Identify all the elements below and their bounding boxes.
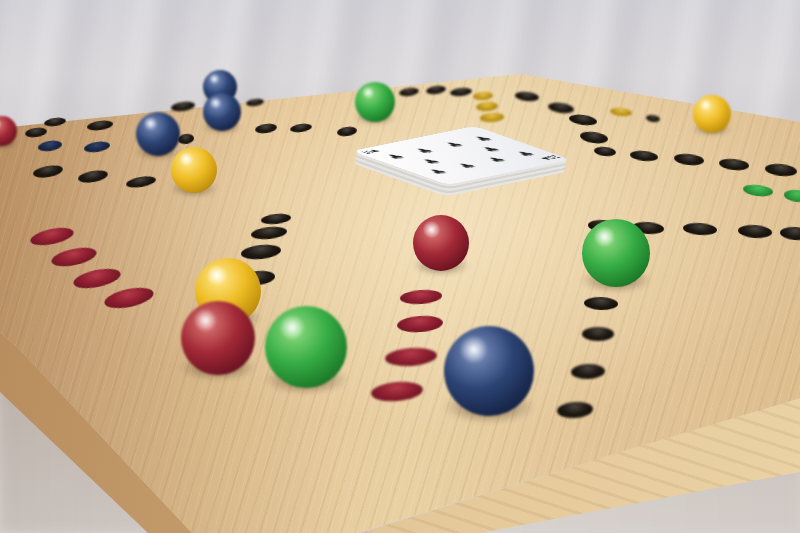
marble-blue[interactable] xyxy=(136,112,180,156)
marble-red[interactable] xyxy=(413,215,469,271)
marble-red[interactable] xyxy=(181,301,255,375)
marble-green[interactable] xyxy=(265,306,347,388)
marble-blue[interactable] xyxy=(203,93,241,131)
marble-blue[interactable] xyxy=(444,326,534,416)
wahoo-board-photo: 10♣ 10♣ ♣♣♣♣♣♣♣♣♣♣ xyxy=(0,0,800,533)
marble-green[interactable] xyxy=(582,219,650,287)
marble-yellow[interactable] xyxy=(171,147,217,193)
marble-green[interactable] xyxy=(355,82,395,122)
marble-layer xyxy=(0,0,800,533)
marble-yellow[interactable] xyxy=(693,95,731,133)
